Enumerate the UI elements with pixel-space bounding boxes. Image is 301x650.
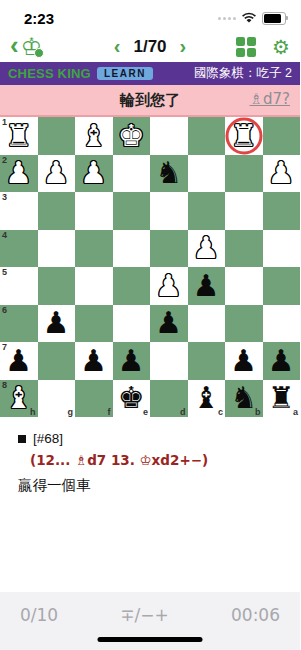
piece-black-pawn: ♟ (225, 342, 263, 380)
square-c2[interactable] (188, 155, 226, 193)
square-d1[interactable] (150, 117, 188, 155)
nav-bar: ‹ ♔ ‹ 1/70 › ⚙ (0, 32, 300, 62)
square-g5[interactable] (38, 267, 76, 305)
piece-black-pawn: ♟ (263, 342, 301, 380)
square-c4[interactable]: ♟ (188, 230, 226, 268)
square-a3[interactable] (263, 192, 301, 230)
piece-white-king: ♚ (113, 117, 151, 155)
square-f2[interactable]: ♟ (75, 155, 113, 193)
file-label-d: d (180, 407, 186, 417)
piece-black-knight: ♞ (150, 155, 188, 193)
square-e3[interactable] (113, 192, 151, 230)
comment-line: 贏得一個車 (18, 476, 282, 495)
square-d3[interactable] (150, 192, 188, 230)
file-label-c: c (218, 407, 223, 417)
piece-black-pawn: ♟ (113, 342, 151, 380)
square-f6[interactable] (75, 305, 113, 343)
file-label-e: e (143, 407, 148, 417)
square-e5[interactable] (113, 267, 151, 305)
square-c6[interactable] (188, 305, 226, 343)
square-e2[interactable] (113, 155, 151, 193)
prompt-bar: 輪到您了 ♗d7? (0, 85, 300, 117)
square-f1[interactable]: ♝ (75, 117, 113, 155)
turn-message: 輪到您了 (120, 91, 180, 110)
next-puzzle-button[interactable]: › (180, 36, 187, 56)
square-b7[interactable]: ♟ (225, 342, 263, 380)
prev-puzzle-button[interactable]: ‹ (114, 36, 121, 56)
piece-white-pawn: ♟ (150, 267, 188, 305)
rank-label-6: 6 (2, 305, 7, 315)
chess-board: 1♜♝♚♜2♟♟♟♞♟34♟5♟♟6♟♟7♟♟♟♟♟8h♝gfe♚dc♝b♞a♜ (0, 117, 300, 417)
piece-white-pawn: ♟ (75, 155, 113, 193)
variation-line: (12... ♗d7 13. ♔xd2+−) (18, 452, 282, 468)
move-marker-icon (18, 435, 26, 443)
file-label-f: f (108, 407, 111, 417)
app-screen: 2:23 ‹ ♔ ‹ 1/70 › ⚙ CHESS KING LEARN 國際象… (0, 0, 300, 650)
back-button[interactable]: ‹ (10, 32, 19, 58)
wifi-icon (241, 12, 257, 24)
square-b3[interactable] (225, 192, 263, 230)
square-e4[interactable] (113, 230, 151, 268)
square-a1[interactable] (263, 117, 301, 155)
square-e7[interactable]: ♟ (113, 342, 151, 380)
rank-label-1: 1 (2, 117, 7, 127)
square-b5[interactable] (225, 267, 263, 305)
status-bar: 2:23 (0, 0, 300, 32)
square-h7[interactable]: 7♟ (0, 342, 38, 380)
piece-black-pawn: ♟ (75, 342, 113, 380)
status-icons (218, 12, 286, 25)
brand-bar: CHESS KING LEARN 國際象棋：吃子 2 (0, 62, 300, 85)
square-d2[interactable]: ♞ (150, 155, 188, 193)
square-a6[interactable] (263, 305, 301, 343)
square-f7[interactable]: ♟ (75, 342, 113, 380)
square-h6[interactable]: 6 (0, 305, 38, 343)
square-h3[interactable]: 3 (0, 192, 38, 230)
square-d7[interactable] (150, 342, 188, 380)
rank-label-7: 7 (2, 342, 7, 352)
nav-actions: ⚙ (236, 37, 290, 58)
puzzle-id-line: [#68] (18, 431, 282, 446)
puzzle-counter: 1/70 (133, 37, 166, 57)
battery-icon (262, 12, 286, 25)
square-b2[interactable] (225, 155, 263, 193)
square-h4[interactable]: 4 (0, 230, 38, 268)
square-h2[interactable]: 2♟ (0, 155, 38, 193)
square-e6[interactable] (113, 305, 151, 343)
square-g8[interactable]: g (38, 380, 76, 418)
hint-move-link[interactable]: ♗d7? (250, 90, 290, 108)
square-b1[interactable]: ♜ (225, 117, 263, 155)
learn-badge: LEARN (97, 67, 153, 80)
highlight-ring (225, 117, 262, 154)
square-d8[interactable]: d (150, 380, 188, 418)
file-label-a: a (293, 407, 298, 417)
square-c3[interactable] (188, 192, 226, 230)
score-counter: 0/10 (20, 605, 58, 625)
square-f3[interactable] (75, 192, 113, 230)
cellular-signal-icon (218, 17, 236, 20)
brand-name: CHESS KING (8, 66, 91, 81)
square-f8[interactable]: f (75, 380, 113, 418)
evaluation-symbols: ∓/−+ (120, 605, 168, 625)
puzzle-id: [#68] (33, 431, 63, 446)
timer: 00:06 (231, 605, 280, 625)
logo-badge (34, 48, 44, 58)
file-label-b: b (255, 407, 261, 417)
rank-label-2: 2 (2, 155, 7, 165)
square-d4[interactable] (150, 230, 188, 268)
annotation-area: [#68] (12... ♗d7 13. ♔xd2+−) 贏得一個車 (0, 417, 300, 495)
course-title: 國際象棋：吃子 2 (194, 65, 292, 82)
square-g3[interactable] (38, 192, 76, 230)
square-c8[interactable]: c♝ (188, 380, 226, 418)
square-g7[interactable] (38, 342, 76, 380)
square-d6[interactable]: ♟ (150, 305, 188, 343)
square-c7[interactable] (188, 342, 226, 380)
square-b4[interactable] (225, 230, 263, 268)
square-a2[interactable]: ♟ (263, 155, 301, 193)
square-h1[interactable]: 1♜ (0, 117, 38, 155)
puzzle-pager: ‹ 1/70 › (114, 37, 186, 57)
rank-label-4: 4 (2, 230, 7, 240)
square-e8[interactable]: e♚ (113, 380, 151, 418)
rank-label-5: 5 (2, 267, 7, 277)
piece-black-pawn: ♟ (38, 305, 76, 343)
clock-time: 2:23 (24, 10, 54, 27)
square-g2[interactable]: ♟ (38, 155, 76, 193)
rank-label-8: 8 (2, 380, 7, 390)
file-label-g: g (68, 407, 74, 417)
piece-white-pawn: ♟ (188, 230, 226, 268)
square-d5[interactable]: ♟ (150, 267, 188, 305)
rank-label-3: 3 (2, 192, 7, 202)
square-h8[interactable]: 8h♝ (0, 380, 38, 418)
square-a5[interactable] (263, 267, 301, 305)
piece-white-pawn: ♟ (263, 155, 301, 193)
piece-black-pawn: ♟ (188, 267, 226, 305)
square-b8[interactable]: b♞ (225, 380, 263, 418)
square-g6[interactable]: ♟ (38, 305, 76, 343)
puzzle-list-grid-icon[interactable] (236, 37, 257, 58)
square-f4[interactable] (75, 230, 113, 268)
square-e1[interactable]: ♚ (113, 117, 151, 155)
square-a4[interactable] (263, 230, 301, 268)
square-f5[interactable] (75, 267, 113, 305)
square-b6[interactable] (225, 305, 263, 343)
settings-gear-icon[interactable]: ⚙ (272, 37, 290, 57)
square-c1[interactable] (188, 117, 226, 155)
square-c5[interactable]: ♟ (188, 267, 226, 305)
chess-king-logo-icon[interactable]: ♔ (21, 35, 43, 59)
file-label-h: h (30, 407, 36, 417)
square-g1[interactable] (38, 117, 76, 155)
piece-white-pawn: ♟ (38, 155, 76, 193)
piece-black-pawn: ♟ (150, 305, 188, 343)
piece-white-bishop: ♝ (75, 117, 113, 155)
home-indicator[interactable] (98, 637, 203, 642)
square-g4[interactable] (38, 230, 76, 268)
square-a7[interactable]: ♟ (263, 342, 301, 380)
square-a8[interactable]: a♜ (263, 380, 301, 418)
square-h5[interactable]: 5 (0, 267, 38, 305)
